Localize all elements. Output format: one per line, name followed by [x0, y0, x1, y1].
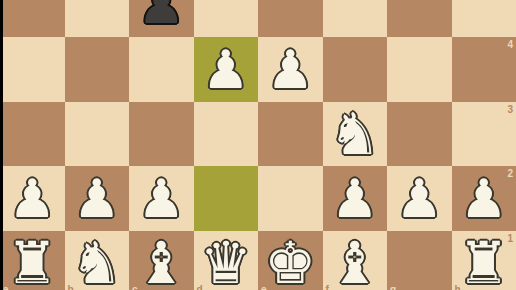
square-f5[interactable] [323, 0, 388, 37]
white-pawn[interactable]: ♟ [202, 43, 250, 96]
white-pawn[interactable]: ♟ [395, 172, 443, 225]
square-f1[interactable]: f♝ [323, 231, 388, 290]
left-edge-bar [0, 0, 3, 290]
rank-label-2: 2 [507, 168, 513, 179]
white-rook[interactable]: ♜ [6, 234, 58, 290]
white-pawn[interactable]: ♟ [266, 43, 314, 96]
square-e1[interactable]: e♚ [258, 231, 323, 290]
square-c3[interactable] [129, 102, 194, 167]
square-c2[interactable]: ♟ [129, 166, 194, 231]
square-d5[interactable] [194, 0, 259, 37]
chessboard: 876♟5♟♟4♞3♟♟♟♟♟2♟a♜b♞c♝d♛e♚f♝g1h♜ [0, 0, 516, 290]
square-d1[interactable]: d♛ [194, 231, 259, 290]
square-g5[interactable] [387, 0, 452, 37]
file-label-g: g [390, 284, 396, 290]
file-label-f: f [326, 284, 329, 290]
rank-label-1: 1 [507, 233, 513, 244]
square-d4[interactable]: ♟ [194, 37, 259, 102]
white-pawn[interactable]: ♟ [8, 172, 56, 225]
square-c4[interactable] [129, 37, 194, 102]
file-label-b: b [68, 284, 74, 290]
square-f3[interactable]: ♞ [323, 102, 388, 167]
square-h2[interactable]: 2♟ [452, 166, 516, 231]
white-knight[interactable]: ♞ [329, 105, 381, 163]
square-c1[interactable]: c♝ [129, 231, 194, 290]
white-pawn[interactable]: ♟ [331, 172, 379, 225]
square-e2[interactable] [258, 166, 323, 231]
white-pawn[interactable]: ♟ [137, 172, 185, 225]
white-bishop[interactable]: ♝ [329, 234, 381, 290]
rank-label-4: 4 [507, 39, 513, 50]
square-h4[interactable]: 4 [452, 37, 516, 102]
square-e4[interactable]: ♟ [258, 37, 323, 102]
white-pawn[interactable]: ♟ [460, 172, 508, 225]
square-b2[interactable]: ♟ [65, 166, 130, 231]
square-a4[interactable] [0, 37, 65, 102]
white-pawn[interactable]: ♟ [73, 172, 121, 225]
square-a5[interactable] [0, 0, 65, 37]
square-d2[interactable] [194, 166, 259, 231]
square-g4[interactable] [387, 37, 452, 102]
square-d3[interactable] [194, 102, 259, 167]
white-knight[interactable]: ♞ [71, 234, 123, 290]
black-pawn[interactable]: ♟ [137, 0, 185, 31]
white-rook[interactable]: ♜ [458, 234, 510, 290]
file-label-e: e [261, 284, 267, 290]
rank-label-3: 3 [507, 104, 513, 115]
square-f4[interactable] [323, 37, 388, 102]
square-a2[interactable]: ♟ [0, 166, 65, 231]
square-b3[interactable] [65, 102, 130, 167]
square-b1[interactable]: b♞ [65, 231, 130, 290]
file-label-c: c [132, 284, 138, 290]
square-f2[interactable]: ♟ [323, 166, 388, 231]
square-h5[interactable]: 5 [452, 0, 516, 37]
square-c5[interactable]: ♟ [129, 0, 194, 37]
square-h1[interactable]: 1h♜ [452, 231, 516, 290]
square-a1[interactable]: a♜ [0, 231, 65, 290]
square-a3[interactable] [0, 102, 65, 167]
white-queen[interactable]: ♛ [200, 234, 252, 290]
square-g2[interactable]: ♟ [387, 166, 452, 231]
white-king[interactable]: ♚ [264, 234, 316, 290]
square-h3[interactable]: 3 [452, 102, 516, 167]
square-g3[interactable] [387, 102, 452, 167]
file-label-a: a [3, 284, 9, 290]
square-g1[interactable]: g [387, 231, 452, 290]
square-e3[interactable] [258, 102, 323, 167]
white-bishop[interactable]: ♝ [135, 234, 187, 290]
file-label-h: h [455, 284, 461, 290]
file-label-d: d [197, 284, 203, 290]
square-b5[interactable] [65, 0, 130, 37]
square-e5[interactable] [258, 0, 323, 37]
video-frame: 876♟5♟♟4♞3♟♟♟♟♟2♟a♜b♞c♝d♛e♚f♝g1h♜ [0, 0, 516, 290]
square-b4[interactable] [65, 37, 130, 102]
